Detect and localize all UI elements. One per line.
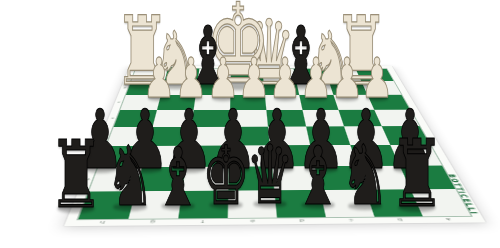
square-h1 (131, 69, 168, 82)
square-a1 (356, 69, 394, 81)
square-d7 (272, 166, 320, 190)
square-c4 (302, 110, 344, 127)
square-d3 (265, 95, 303, 110)
file-label-h: h (76, 219, 129, 226)
square-h6 (98, 146, 147, 168)
file-label-g: g (127, 218, 179, 225)
square-f8 (178, 191, 228, 219)
square-d5 (268, 127, 310, 146)
square-e4 (230, 110, 268, 127)
file-label-f: f (177, 218, 227, 225)
square-h7 (89, 167, 142, 191)
square-c3 (299, 95, 338, 110)
square-f5 (189, 127, 230, 146)
square-h2 (126, 81, 165, 95)
square-d6 (270, 145, 315, 166)
square-g7 (136, 167, 186, 191)
file-label-b: b (374, 216, 425, 223)
square-e2 (230, 81, 264, 95)
square-f2 (196, 81, 231, 95)
square-g8 (128, 191, 182, 219)
square-f4 (191, 110, 230, 127)
chess-mat: BOTTICELLI 12345678 hgfedcba BOTTICELLI (64, 66, 485, 226)
square-d2 (263, 81, 299, 95)
square-f6 (186, 146, 230, 167)
square-e1 (231, 69, 264, 81)
square-c1 (293, 69, 328, 81)
square-g6 (142, 146, 189, 167)
square-h4 (114, 110, 157, 127)
square-c2 (296, 81, 333, 95)
square-c6 (310, 145, 357, 166)
square-h8 (78, 191, 135, 219)
file-label-c: c (326, 217, 377, 224)
square-f7 (182, 167, 229, 191)
square-e7 (228, 166, 274, 190)
square-e5 (229, 127, 270, 146)
square-c5 (306, 126, 350, 145)
square-d8 (274, 190, 326, 218)
chess-board (78, 69, 470, 220)
chess-set-photo: BOTTICELLI 12345678 hgfedcba BOTTICELLI … (0, 0, 500, 248)
square-d4 (266, 110, 306, 127)
square-g4 (153, 110, 194, 127)
file-label-a: a (423, 216, 475, 223)
square-h5 (106, 127, 152, 146)
square-g3 (157, 95, 196, 110)
square-g2 (161, 81, 198, 95)
square-d1 (262, 69, 296, 81)
square-g5 (148, 127, 192, 146)
square-f1 (198, 69, 231, 81)
square-h3 (120, 95, 161, 110)
square-g1 (165, 69, 200, 82)
file-label-d: d (277, 217, 327, 224)
square-e6 (229, 145, 272, 166)
square-f3 (194, 95, 231, 110)
square-e3 (230, 95, 266, 110)
square-e8 (228, 190, 277, 218)
file-label-e: e (228, 218, 278, 225)
